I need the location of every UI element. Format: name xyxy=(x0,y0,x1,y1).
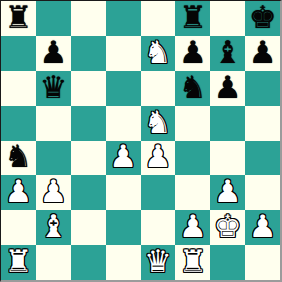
square-f4[interactable] xyxy=(175,141,210,176)
square-b4[interactable] xyxy=(36,141,71,176)
white-king-icon: ♚ xyxy=(214,211,242,242)
white-pawn-icon: ♟ xyxy=(249,211,277,242)
square-g3[interactable]: ♟ xyxy=(210,175,245,210)
square-b1[interactable] xyxy=(36,245,71,280)
square-c2[interactable] xyxy=(71,210,106,245)
square-a7[interactable] xyxy=(1,36,36,71)
white-pawn-icon: ♟ xyxy=(109,141,137,172)
square-a8[interactable]: ♜ xyxy=(1,1,36,36)
white-pawn-icon: ♟ xyxy=(144,141,172,172)
square-b6[interactable]: ♛ xyxy=(36,71,71,106)
square-d5[interactable] xyxy=(106,106,141,141)
square-h4[interactable] xyxy=(245,141,280,176)
black-rook-icon: ♜ xyxy=(5,2,33,33)
black-rook-icon: ♜ xyxy=(179,2,207,33)
square-h1[interactable] xyxy=(245,245,280,280)
black-pawn-icon: ♟ xyxy=(39,37,67,68)
square-c6[interactable] xyxy=(71,71,106,106)
square-a1[interactable]: ♜ xyxy=(1,245,36,280)
white-rook-icon: ♜ xyxy=(179,246,207,277)
square-g8[interactable] xyxy=(210,1,245,36)
square-d2[interactable] xyxy=(106,210,141,245)
square-d1[interactable] xyxy=(106,245,141,280)
square-a4[interactable]: ♞ xyxy=(1,141,36,176)
square-b3[interactable]: ♟ xyxy=(36,175,71,210)
black-king-icon: ♚ xyxy=(249,2,277,33)
chess-board: ♜♜♚♟♞♟♝♟♛♞♟♞♞♟♟♟♟♟♝♟♚♟♜♛♜ xyxy=(1,1,280,280)
square-b8[interactable] xyxy=(36,1,71,36)
square-h8[interactable]: ♚ xyxy=(245,1,280,36)
white-pawn-icon: ♟ xyxy=(5,176,33,207)
square-c3[interactable] xyxy=(71,175,106,210)
square-f1[interactable]: ♜ xyxy=(175,245,210,280)
square-h5[interactable] xyxy=(245,106,280,141)
square-f6[interactable]: ♞ xyxy=(175,71,210,106)
square-d8[interactable] xyxy=(106,1,141,36)
square-a2[interactable] xyxy=(1,210,36,245)
square-f3[interactable] xyxy=(175,175,210,210)
square-f2[interactable]: ♟ xyxy=(175,210,210,245)
square-g7[interactable]: ♝ xyxy=(210,36,245,71)
white-knight-icon: ♞ xyxy=(144,107,172,138)
square-a3[interactable]: ♟ xyxy=(1,175,36,210)
square-h2[interactable]: ♟ xyxy=(245,210,280,245)
chess-board-frame: ♜♜♚♟♞♟♝♟♛♞♟♞♞♟♟♟♟♟♝♟♚♟♜♛♜ xyxy=(0,0,282,282)
square-f5[interactable] xyxy=(175,106,210,141)
square-a6[interactable] xyxy=(1,71,36,106)
black-pawn-icon: ♟ xyxy=(249,37,277,68)
white-bishop-icon: ♝ xyxy=(39,211,67,242)
black-pawn-icon: ♟ xyxy=(179,37,207,68)
square-g6[interactable]: ♟ xyxy=(210,71,245,106)
square-d3[interactable] xyxy=(106,175,141,210)
square-e1[interactable]: ♛ xyxy=(141,245,176,280)
white-queen-icon: ♛ xyxy=(144,246,172,277)
square-h6[interactable] xyxy=(245,71,280,106)
square-h7[interactable]: ♟ xyxy=(245,36,280,71)
square-a5[interactable] xyxy=(1,106,36,141)
square-f7[interactable]: ♟ xyxy=(175,36,210,71)
white-knight-icon: ♞ xyxy=(144,37,172,68)
black-knight-icon: ♞ xyxy=(179,72,207,103)
white-rook-icon: ♜ xyxy=(5,246,33,277)
square-f8[interactable]: ♜ xyxy=(175,1,210,36)
square-e2[interactable] xyxy=(141,210,176,245)
black-pawn-icon: ♟ xyxy=(214,72,242,103)
white-pawn-icon: ♟ xyxy=(179,211,207,242)
square-e8[interactable] xyxy=(141,1,176,36)
white-pawn-icon: ♟ xyxy=(214,176,242,207)
square-d7[interactable] xyxy=(106,36,141,71)
black-knight-icon: ♞ xyxy=(5,141,33,172)
square-e3[interactable] xyxy=(141,175,176,210)
square-g2[interactable]: ♚ xyxy=(210,210,245,245)
square-h3[interactable] xyxy=(245,175,280,210)
black-bishop-icon: ♝ xyxy=(214,37,242,68)
white-pawn-icon: ♟ xyxy=(39,176,67,207)
square-c5[interactable] xyxy=(71,106,106,141)
square-d4[interactable]: ♟ xyxy=(106,141,141,176)
square-d6[interactable] xyxy=(106,71,141,106)
square-e5[interactable]: ♞ xyxy=(141,106,176,141)
black-queen-icon: ♛ xyxy=(39,72,67,103)
square-c4[interactable] xyxy=(71,141,106,176)
square-c8[interactable] xyxy=(71,1,106,36)
square-b5[interactable] xyxy=(36,106,71,141)
square-e7[interactable]: ♞ xyxy=(141,36,176,71)
square-b7[interactable]: ♟ xyxy=(36,36,71,71)
square-e6[interactable] xyxy=(141,71,176,106)
square-b2[interactable]: ♝ xyxy=(36,210,71,245)
square-g4[interactable] xyxy=(210,141,245,176)
square-c7[interactable] xyxy=(71,36,106,71)
square-g5[interactable] xyxy=(210,106,245,141)
square-g1[interactable] xyxy=(210,245,245,280)
square-e4[interactable]: ♟ xyxy=(141,141,176,176)
square-c1[interactable] xyxy=(71,245,106,280)
